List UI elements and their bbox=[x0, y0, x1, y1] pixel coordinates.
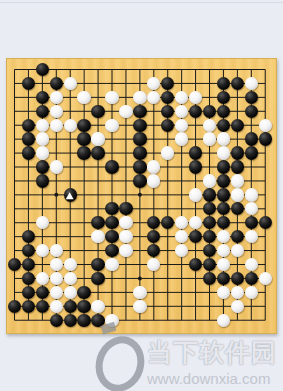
black-stone[interactable] bbox=[217, 105, 230, 118]
white-stone[interactable] bbox=[119, 216, 132, 229]
black-stone[interactable] bbox=[77, 146, 90, 159]
white-stone[interactable] bbox=[203, 119, 216, 132]
black-stone[interactable] bbox=[91, 146, 104, 159]
black-stone[interactable] bbox=[64, 314, 77, 327]
white-stone[interactable] bbox=[231, 300, 244, 313]
white-stone[interactable] bbox=[231, 188, 244, 201]
app-window: { "game": "go", "board": { "size": 19, "… bbox=[0, 0, 283, 391]
white-stone[interactable] bbox=[217, 286, 230, 299]
white-stone[interactable] bbox=[50, 91, 63, 104]
top-divider-line bbox=[0, 2, 283, 3]
white-stone[interactable] bbox=[217, 132, 230, 145]
white-stone[interactable] bbox=[77, 91, 90, 104]
black-stone[interactable] bbox=[105, 244, 118, 257]
black-stone[interactable] bbox=[231, 77, 244, 90]
white-stone[interactable] bbox=[50, 119, 63, 132]
white-stone[interactable] bbox=[50, 258, 63, 271]
black-stone[interactable] bbox=[91, 258, 104, 271]
white-stone[interactable] bbox=[64, 258, 77, 271]
black-stone[interactable] bbox=[133, 105, 146, 118]
black-stone[interactable] bbox=[245, 272, 258, 285]
black-stone[interactable] bbox=[64, 300, 77, 313]
white-stone[interactable] bbox=[91, 230, 104, 243]
black-stone[interactable] bbox=[231, 146, 244, 159]
white-stone[interactable] bbox=[231, 286, 244, 299]
black-stone[interactable] bbox=[217, 174, 230, 187]
white-stone[interactable] bbox=[175, 132, 188, 145]
black-stone[interactable] bbox=[119, 202, 132, 215]
black-stone[interactable] bbox=[189, 146, 202, 159]
white-stone[interactable] bbox=[50, 105, 63, 118]
white-stone[interactable] bbox=[50, 286, 63, 299]
white-stone[interactable] bbox=[133, 286, 146, 299]
black-stone[interactable] bbox=[217, 91, 230, 104]
black-stone[interactable] bbox=[245, 146, 258, 159]
white-stone[interactable] bbox=[217, 314, 230, 327]
black-stone[interactable] bbox=[77, 314, 90, 327]
black-stone[interactable] bbox=[217, 188, 230, 201]
black-stone[interactable] bbox=[77, 119, 90, 132]
white-stone[interactable] bbox=[105, 119, 118, 132]
white-stone[interactable] bbox=[91, 132, 104, 145]
white-stone[interactable] bbox=[189, 188, 202, 201]
black-stone[interactable] bbox=[189, 160, 202, 173]
white-stone[interactable] bbox=[203, 174, 216, 187]
white-stone[interactable] bbox=[259, 272, 272, 285]
go-board[interactable] bbox=[6, 58, 277, 334]
black-stone[interactable] bbox=[22, 300, 35, 313]
black-stone[interactable] bbox=[22, 132, 35, 145]
black-stone[interactable] bbox=[245, 91, 258, 104]
black-stone[interactable] bbox=[231, 272, 244, 285]
white-stone[interactable] bbox=[50, 272, 63, 285]
black-stone[interactable] bbox=[203, 105, 216, 118]
black-stone[interactable] bbox=[77, 286, 90, 299]
black-stone[interactable] bbox=[36, 160, 49, 173]
white-stone[interactable] bbox=[217, 146, 230, 159]
white-stone[interactable] bbox=[161, 146, 174, 159]
black-stone[interactable] bbox=[245, 105, 258, 118]
white-stone[interactable] bbox=[36, 146, 49, 159]
black-stone[interactable] bbox=[22, 119, 35, 132]
white-stone[interactable] bbox=[105, 91, 118, 104]
white-stone[interactable] bbox=[36, 119, 49, 132]
black-stone[interactable] bbox=[36, 174, 49, 187]
black-stone[interactable] bbox=[91, 105, 104, 118]
black-stone[interactable] bbox=[133, 146, 146, 159]
white-stone[interactable] bbox=[245, 77, 258, 90]
white-stone[interactable] bbox=[119, 230, 132, 243]
white-stone[interactable] bbox=[245, 286, 258, 299]
white-stone[interactable] bbox=[36, 132, 49, 145]
white-stone[interactable] bbox=[91, 300, 104, 313]
black-stone[interactable] bbox=[50, 314, 63, 327]
black-stone[interactable] bbox=[77, 132, 90, 145]
black-stone[interactable] bbox=[36, 286, 49, 299]
black-stone[interactable] bbox=[8, 300, 21, 313]
white-stone[interactable] bbox=[36, 272, 49, 285]
black-stone[interactable] bbox=[36, 300, 49, 313]
black-stone[interactable] bbox=[245, 132, 258, 145]
black-stone[interactable] bbox=[231, 119, 244, 132]
white-stone[interactable] bbox=[64, 119, 77, 132]
white-stone[interactable] bbox=[245, 188, 258, 201]
white-stone[interactable] bbox=[133, 91, 146, 104]
black-stone[interactable] bbox=[22, 146, 35, 159]
black-stone[interactable] bbox=[36, 105, 49, 118]
white-stone[interactable] bbox=[64, 286, 77, 299]
white-stone[interactable] bbox=[50, 160, 63, 173]
black-stone[interactable] bbox=[259, 132, 272, 145]
watermark-site-name: 当下软件园 bbox=[147, 336, 283, 369]
white-stone[interactable] bbox=[133, 300, 146, 313]
black-stone[interactable] bbox=[203, 188, 216, 201]
black-stone[interactable] bbox=[91, 272, 104, 285]
capture-area: 当下软件园 www.downxia.com bbox=[0, 0, 283, 391]
black-stone[interactable] bbox=[217, 119, 230, 132]
black-stone[interactable] bbox=[231, 160, 244, 173]
black-stone[interactable] bbox=[22, 286, 35, 299]
white-stone[interactable] bbox=[245, 258, 258, 271]
black-stone[interactable] bbox=[133, 160, 146, 173]
black-stone[interactable] bbox=[91, 216, 104, 229]
downxia-logo-icon bbox=[89, 330, 152, 391]
black-stone[interactable] bbox=[105, 202, 118, 215]
black-stone[interactable] bbox=[133, 174, 146, 187]
black-stone[interactable] bbox=[105, 216, 118, 229]
black-stone[interactable] bbox=[77, 300, 90, 313]
white-stone[interactable] bbox=[147, 160, 160, 173]
white-stone[interactable] bbox=[147, 174, 160, 187]
black-stone[interactable] bbox=[133, 132, 146, 145]
white-stone[interactable] bbox=[105, 258, 118, 271]
black-stone[interactable] bbox=[133, 119, 146, 132]
white-stone[interactable] bbox=[231, 174, 244, 187]
white-stone[interactable] bbox=[119, 105, 132, 118]
white-stone[interactable] bbox=[64, 272, 77, 285]
watermark-url: www.downxia.com bbox=[147, 370, 283, 387]
white-stone[interactable] bbox=[119, 244, 132, 257]
white-stone[interactable] bbox=[203, 132, 216, 145]
black-stone[interactable] bbox=[36, 91, 49, 104]
black-stone[interactable] bbox=[217, 160, 230, 173]
black-stone[interactable] bbox=[50, 77, 63, 90]
black-stone[interactable] bbox=[105, 230, 118, 243]
white-stone[interactable] bbox=[50, 300, 63, 313]
black-stone[interactable] bbox=[22, 77, 35, 90]
black-stone[interactable] bbox=[105, 160, 118, 173]
white-stone[interactable] bbox=[259, 119, 272, 132]
last-move-triangle-marker bbox=[66, 192, 74, 199]
white-stone[interactable] bbox=[64, 77, 77, 90]
watermark: 当下软件园 www.downxia.com bbox=[0, 330, 283, 391]
